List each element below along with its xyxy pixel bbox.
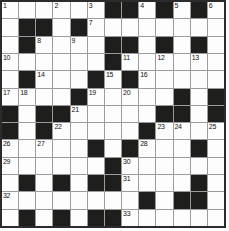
white-cell-r12c9[interactable] [156, 210, 172, 226]
white-cell-r3c5[interactable] [88, 54, 104, 70]
black-cell-r0c9 [156, 2, 172, 18]
black-cell-r8c11 [191, 140, 207, 156]
clue-number-6: 6 [209, 2, 213, 10]
white-cell-r0c10[interactable]: 5 [174, 2, 190, 18]
black-cell-r6c10 [174, 106, 190, 122]
white-cell-r10c10[interactable] [174, 175, 190, 191]
white-cell-r9c0[interactable]: 29 [2, 158, 18, 174]
white-cell-r4c2[interactable]: 14 [36, 71, 52, 87]
clue-number-17: 17 [3, 89, 10, 97]
white-cell-r9c12[interactable] [208, 158, 224, 174]
white-cell-r8c6[interactable] [105, 140, 121, 156]
white-cell-r3c8[interactable] [139, 54, 155, 70]
white-cell-r1c0[interactable] [2, 19, 18, 35]
white-cell-r3c10[interactable] [174, 54, 190, 70]
black-cell-r6c3 [53, 106, 69, 122]
white-cell-r7c10[interactable]: 24 [174, 123, 190, 139]
white-cell-r0c0[interactable]: 1 [2, 2, 18, 18]
clue-number-12: 12 [157, 54, 164, 62]
black-cell-r10c11 [191, 175, 207, 191]
black-cell-r10c5 [88, 175, 104, 191]
white-cell-r11c3[interactable] [53, 192, 69, 208]
black-cell-r6c12 [208, 106, 224, 122]
white-cell-r4c9[interactable] [156, 71, 172, 87]
white-cell-r7c12[interactable]: 25 [208, 123, 224, 139]
white-cell-r1c3[interactable] [53, 19, 69, 35]
clue-number-9: 9 [72, 37, 76, 45]
white-cell-r11c0[interactable]: 32 [2, 192, 18, 208]
clue-number-13: 13 [192, 54, 199, 62]
black-cell-r2c9 [156, 37, 172, 53]
white-cell-r5c0[interactable]: 17 [2, 89, 18, 105]
white-cell-r6c11[interactable] [191, 106, 207, 122]
white-cell-r11c5[interactable] [88, 192, 104, 208]
clue-number-33: 33 [123, 210, 130, 218]
white-cell-r4c11[interactable] [191, 71, 207, 87]
white-cell-r6c4[interactable]: 21 [71, 106, 87, 122]
black-cell-r8c5 [88, 140, 104, 156]
white-cell-r8c0[interactable]: 26 [2, 140, 18, 156]
white-cell-r5c1[interactable]: 18 [19, 89, 35, 105]
white-cell-r3c7[interactable]: 11 [122, 54, 138, 70]
clue-number-11: 11 [123, 54, 130, 62]
black-cell-r2c6 [105, 37, 121, 53]
white-cell-r9c3[interactable] [53, 158, 69, 174]
white-cell-r12c4[interactable] [71, 210, 87, 226]
white-cell-r5c11[interactable] [191, 89, 207, 105]
black-cell-r1c4 [71, 19, 87, 35]
white-cell-r3c2[interactable] [36, 54, 52, 70]
black-cell-r9c6 [105, 158, 121, 174]
white-cell-r4c3[interactable] [53, 71, 69, 87]
black-cell-r6c0 [2, 106, 18, 122]
white-cell-r0c1[interactable] [19, 2, 35, 18]
white-cell-r8c10[interactable] [174, 140, 190, 156]
white-cell-r1c5[interactable]: 7 [88, 19, 104, 35]
black-cell-r6c2 [36, 106, 52, 122]
black-cell-r1c2 [36, 19, 52, 35]
white-cell-r9c4[interactable] [71, 158, 87, 174]
clue-number-21: 21 [72, 106, 79, 114]
white-cell-r4c12[interactable] [208, 71, 224, 87]
white-cell-r5c2[interactable] [36, 89, 52, 105]
white-cell-r2c5[interactable] [88, 37, 104, 53]
white-cell-r2c0[interactable] [2, 37, 18, 53]
white-cell-r8c8[interactable]: 28 [139, 140, 155, 156]
clue-number-27: 27 [37, 140, 44, 148]
black-cell-r2c11 [191, 37, 207, 53]
white-cell-r8c4[interactable] [71, 140, 87, 156]
white-cell-r11c12[interactable] [208, 192, 224, 208]
white-cell-r11c7[interactable] [122, 192, 138, 208]
white-cell-r0c4[interactable] [71, 2, 87, 18]
black-cell-r2c7 [122, 37, 138, 53]
white-cell-r3c0[interactable]: 10 [2, 54, 18, 70]
white-cell-r9c9[interactable] [156, 158, 172, 174]
black-cell-r10c6 [105, 175, 121, 191]
white-cell-r8c2[interactable]: 27 [36, 140, 52, 156]
white-cell-r8c1[interactable] [19, 140, 35, 156]
white-cell-r7c1[interactable] [19, 123, 35, 139]
white-cell-r11c6[interactable] [105, 192, 121, 208]
white-cell-r8c9[interactable] [156, 140, 172, 156]
clue-number-1: 1 [3, 2, 7, 10]
black-cell-r10c1 [19, 175, 35, 191]
white-cell-r6c5[interactable] [88, 106, 104, 122]
white-cell-r10c0[interactable] [2, 175, 18, 191]
white-cell-r9c10[interactable] [174, 158, 190, 174]
white-cell-r9c7[interactable]: 30 [122, 158, 138, 174]
clue-number-8: 8 [37, 37, 41, 45]
clue-number-19: 19 [89, 89, 96, 97]
white-cell-r7c9[interactable]: 23 [156, 123, 172, 139]
white-cell-r12c10[interactable] [174, 210, 190, 226]
white-cell-r4c0[interactable] [2, 71, 18, 87]
black-cell-r0c11 [191, 2, 207, 18]
white-cell-r7c7[interactable] [122, 123, 138, 139]
clue-number-10: 10 [3, 54, 10, 62]
white-cell-r2c2[interactable]: 8 [36, 37, 52, 53]
white-cell-r5c9[interactable] [156, 89, 172, 105]
black-cell-r7c8 [139, 123, 155, 139]
white-cell-r7c11[interactable] [191, 123, 207, 139]
white-cell-r12c2[interactable] [36, 210, 52, 226]
clue-number-23: 23 [157, 123, 164, 131]
white-cell-r5c8[interactable] [139, 89, 155, 105]
black-cell-r2c1 [19, 37, 35, 53]
clue-number-16: 16 [140, 71, 147, 79]
white-cell-r3c3[interactable] [53, 54, 69, 70]
white-cell-r5c3[interactable] [53, 89, 69, 105]
clue-number-7: 7 [89, 19, 93, 27]
white-cell-r0c3[interactable]: 2 [53, 2, 69, 18]
white-cell-r0c12[interactable]: 6 [208, 2, 224, 18]
white-cell-r2c8[interactable] [139, 37, 155, 53]
clue-number-3: 3 [89, 2, 93, 10]
white-cell-r1c11[interactable] [191, 19, 207, 35]
clue-number-24: 24 [175, 123, 182, 131]
clue-number-20: 20 [123, 89, 130, 97]
black-cell-r5c12 [208, 89, 224, 105]
clue-number-22: 22 [54, 123, 61, 131]
white-cell-r7c6[interactable] [105, 123, 121, 139]
white-cell-r12c8[interactable] [139, 210, 155, 226]
clue-number-29: 29 [3, 158, 10, 166]
white-cell-r0c2[interactable] [36, 2, 52, 18]
black-cell-r12c5 [88, 210, 104, 226]
clue-number-4: 4 [140, 2, 144, 10]
white-cell-r12c12[interactable] [208, 210, 224, 226]
black-cell-r7c2 [36, 123, 52, 139]
black-cell-r12c6 [105, 210, 121, 226]
white-cell-r6c1[interactable] [19, 106, 35, 122]
black-cell-r10c3 [53, 175, 69, 191]
clue-number-31: 31 [123, 175, 130, 183]
white-cell-r3c9[interactable]: 12 [156, 54, 172, 70]
white-cell-r2c10[interactable] [174, 37, 190, 53]
clue-number-5: 5 [175, 2, 179, 10]
clue-number-32: 32 [3, 192, 10, 200]
white-cell-r4c6[interactable]: 15 [105, 71, 121, 87]
white-cell-r11c1[interactable] [19, 192, 35, 208]
black-cell-r1c1 [19, 19, 35, 35]
white-cell-r3c4[interactable] [71, 54, 87, 70]
clue-number-25: 25 [209, 123, 216, 131]
white-cell-r5c7[interactable]: 20 [122, 89, 138, 105]
black-cell-r0c6 [105, 2, 121, 18]
black-cell-r5c4 [71, 89, 87, 105]
white-cell-r1c12[interactable] [208, 19, 224, 35]
white-cell-r4c8[interactable]: 16 [139, 71, 155, 87]
white-cell-r12c0[interactable] [2, 210, 18, 226]
white-cell-r11c2[interactable] [36, 192, 52, 208]
crossword-board: 1234567891011121314151617181920212223242… [0, 0, 229, 231]
white-cell-r7c5[interactable] [88, 123, 104, 139]
white-cell-r3c11[interactable]: 13 [191, 54, 207, 70]
white-cell-r8c3[interactable] [53, 140, 69, 156]
white-cell-r1c10[interactable] [174, 19, 190, 35]
black-cell-r4c1 [19, 71, 35, 87]
clue-number-30: 30 [123, 158, 130, 166]
white-cell-r10c12[interactable] [208, 175, 224, 191]
white-cell-r9c2[interactable] [36, 158, 52, 174]
clue-number-28: 28 [140, 140, 147, 148]
white-cell-r6c8[interactable] [139, 106, 155, 122]
white-cell-r5c6[interactable] [105, 89, 121, 105]
crossword-grid: 1234567891011121314151617181920212223242… [0, 0, 226, 228]
white-cell-r9c5[interactable] [88, 158, 104, 174]
white-cell-r5c5[interactable]: 19 [88, 89, 104, 105]
white-cell-r0c8[interactable]: 4 [139, 2, 155, 18]
white-cell-r7c4[interactable] [71, 123, 87, 139]
white-cell-r6c7[interactable] [122, 106, 138, 122]
white-cell-r9c11[interactable] [191, 158, 207, 174]
black-cell-r11c8 [139, 192, 155, 208]
clue-number-14: 14 [37, 71, 44, 79]
white-cell-r2c3[interactable] [53, 37, 69, 53]
white-cell-r3c12[interactable] [208, 54, 224, 70]
clue-number-18: 18 [20, 89, 27, 97]
white-cell-r11c4[interactable] [71, 192, 87, 208]
black-cell-r6c9 [156, 106, 172, 122]
black-cell-r0c7 [122, 2, 138, 18]
white-cell-r12c7[interactable]: 33 [122, 210, 138, 226]
white-cell-r7c3[interactable]: 22 [53, 123, 69, 139]
black-cell-r12c3 [53, 210, 69, 226]
white-cell-r10c7[interactable]: 31 [122, 175, 138, 191]
white-cell-r9c1[interactable] [19, 158, 35, 174]
black-cell-r4c5 [88, 71, 104, 87]
clue-number-2: 2 [54, 2, 58, 10]
black-cell-r11c10 [174, 192, 190, 208]
white-cell-r1c6[interactable] [105, 19, 121, 35]
white-cell-r3c1[interactable] [19, 54, 35, 70]
white-cell-r2c12[interactable] [208, 37, 224, 53]
white-cell-r10c4[interactable] [71, 175, 87, 191]
white-cell-r1c7[interactable] [122, 19, 138, 35]
white-cell-r1c8[interactable] [139, 19, 155, 35]
white-cell-r8c12[interactable] [208, 140, 224, 156]
clue-number-15: 15 [106, 71, 113, 79]
white-cell-r10c2[interactable] [36, 175, 52, 191]
white-cell-r12c11[interactable] [191, 210, 207, 226]
black-cell-r8c7 [122, 140, 138, 156]
white-cell-r4c10[interactable] [174, 71, 190, 87]
black-cell-r4c7 [122, 71, 138, 87]
clue-number-26: 26 [3, 140, 10, 148]
white-cell-r9c8[interactable] [139, 158, 155, 174]
white-cell-r6c6[interactable] [105, 106, 121, 122]
white-cell-r11c9[interactable] [156, 192, 172, 208]
black-cell-r7c0 [2, 123, 18, 139]
white-cell-r0c5[interactable]: 3 [88, 2, 104, 18]
white-cell-r4c4[interactable] [71, 71, 87, 87]
black-cell-r11c11 [191, 192, 207, 208]
black-cell-r12c1 [19, 210, 35, 226]
white-cell-r2c4[interactable]: 9 [71, 37, 87, 53]
white-cell-r10c9[interactable] [156, 175, 172, 191]
white-cell-r10c8[interactable] [139, 175, 155, 191]
black-cell-r3c6 [105, 54, 121, 70]
black-cell-r5c10 [174, 89, 190, 105]
white-cell-r1c9[interactable] [156, 19, 172, 35]
